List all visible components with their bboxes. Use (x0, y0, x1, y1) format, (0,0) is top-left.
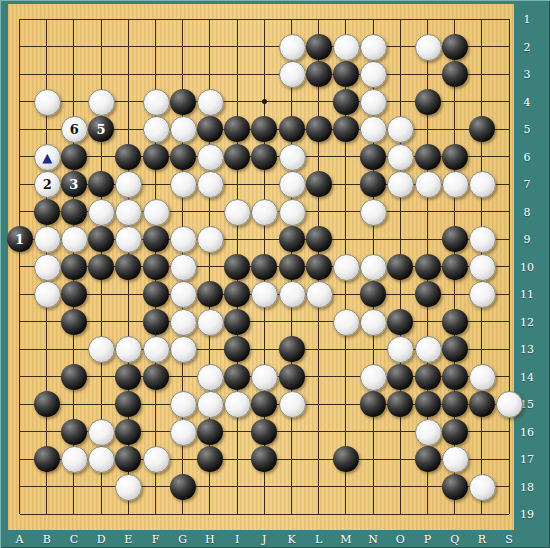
row-label: 11 (520, 289, 534, 300)
white-stone (387, 144, 414, 171)
row-label: 5 (524, 124, 531, 135)
white-stone (224, 391, 251, 418)
white-stone (197, 89, 224, 116)
white-stone (279, 34, 306, 61)
black-stone (442, 254, 468, 280)
white-stone (88, 336, 115, 363)
black-stone (143, 309, 169, 335)
white-stone (306, 281, 333, 308)
black-stone (115, 254, 141, 280)
white-stone (88, 199, 115, 226)
white-stone (61, 226, 88, 253)
black-stone (415, 364, 441, 390)
triangle-marker: ▲ (42, 151, 52, 164)
black-stone (442, 34, 468, 60)
star-point (262, 99, 267, 104)
white-stone (170, 254, 197, 281)
white-stone (170, 281, 197, 308)
black-stone (442, 474, 468, 500)
black-stone (61, 144, 87, 170)
white-stone (197, 144, 224, 171)
black-stone (387, 254, 413, 280)
black-stone (442, 61, 468, 87)
white-stone (442, 171, 469, 198)
black-stone (415, 254, 441, 280)
white-stone (279, 144, 306, 171)
black-stone (360, 281, 386, 307)
white-stone (469, 474, 496, 501)
black-stone (143, 254, 169, 280)
white-stone (170, 116, 197, 143)
column-label: N (368, 534, 378, 545)
white-stone (170, 419, 197, 446)
black-stone (88, 254, 114, 280)
go-board[interactable]: ABCDEFGHIJKLMNOPQRS123456789101112131415… (0, 0, 550, 548)
white-stone (170, 171, 197, 198)
white-stone (360, 61, 387, 88)
column-label: P (424, 534, 431, 545)
black-stone (143, 364, 169, 390)
row-label: 13 (520, 344, 534, 355)
black-stone: 3 (61, 171, 87, 197)
black-stone (224, 116, 250, 142)
black-stone (306, 34, 332, 60)
white-stone: 2 (34, 171, 61, 198)
column-label: I (235, 534, 239, 545)
white-stone (496, 391, 523, 418)
row-label: 6 (524, 151, 531, 162)
column-label: Q (450, 534, 459, 545)
row-label: 14 (520, 371, 534, 382)
white-stone (415, 336, 442, 363)
white-stone (197, 309, 224, 336)
white-stone (34, 226, 61, 253)
column-label: D (97, 534, 106, 545)
white-stone (469, 281, 496, 308)
column-label: J (262, 534, 266, 545)
white-stone (360, 89, 387, 116)
white-stone (442, 446, 469, 473)
white-stone (360, 364, 387, 391)
row-label: 4 (524, 96, 531, 107)
move-number-label: 5 (97, 123, 106, 136)
black-stone (442, 144, 468, 170)
white-stone (279, 61, 306, 88)
row-label: 7 (524, 179, 531, 190)
black-stone (251, 144, 277, 170)
black-stone (333, 61, 359, 87)
column-label: G (178, 534, 187, 545)
white-stone (170, 336, 197, 363)
black-stone (442, 336, 468, 362)
move-number-label: 3 (69, 178, 78, 191)
black-stone (224, 254, 250, 280)
column-label: A (16, 534, 24, 545)
black-stone (442, 226, 468, 252)
row-label: 10 (520, 261, 534, 272)
black-stone (61, 419, 87, 445)
row-label: 17 (520, 454, 534, 465)
grid-horizontal-line (20, 321, 510, 322)
black-stone (306, 254, 332, 280)
white-stone (333, 309, 360, 336)
row-label: 18 (520, 481, 534, 492)
black-stone (279, 254, 305, 280)
black-stone (197, 116, 223, 142)
black-stone: 5 (88, 116, 114, 142)
black-stone (279, 336, 305, 362)
black-stone (61, 309, 87, 335)
black-stone (279, 116, 305, 142)
black-stone (170, 89, 196, 115)
white-stone (88, 446, 115, 473)
white-stone (197, 364, 224, 391)
black-stone (61, 199, 87, 225)
black-stone (143, 226, 169, 252)
white-stone (469, 226, 496, 253)
white-stone (469, 254, 496, 281)
black-stone (442, 364, 468, 390)
black-stone (224, 144, 250, 170)
column-label: O (396, 534, 405, 545)
column-label: S (505, 534, 513, 545)
row-label: 9 (524, 234, 531, 245)
black-stone (224, 364, 250, 390)
white-stone (360, 116, 387, 143)
column-label: B (43, 534, 51, 545)
black-stone (197, 446, 223, 472)
black-stone (415, 391, 441, 417)
column-label: M (340, 534, 351, 545)
black-stone (469, 391, 495, 417)
black-stone (387, 364, 413, 390)
black-stone (360, 144, 386, 170)
black-stone (170, 474, 196, 500)
black-stone (279, 364, 305, 390)
black-stone (88, 226, 114, 252)
column-label: K (287, 534, 295, 545)
black-stone (415, 446, 441, 472)
row-label: 19 (520, 509, 534, 520)
black-stone (143, 281, 169, 307)
move-number-label: 1 (15, 233, 24, 246)
white-stone: 6 (61, 116, 88, 143)
column-label: C (70, 534, 78, 545)
grid-vertical-line (509, 19, 510, 514)
white-stone (224, 199, 251, 226)
white-stone (469, 364, 496, 391)
white-stone (279, 391, 306, 418)
black-stone (442, 309, 468, 335)
black-stone (442, 419, 468, 445)
black-stone (415, 89, 441, 115)
white-stone (279, 281, 306, 308)
black-stone (360, 171, 386, 197)
row-label: 12 (520, 316, 534, 327)
white-stone (88, 419, 115, 446)
black-stone (34, 446, 60, 472)
white-stone (251, 364, 278, 391)
white-stone (115, 474, 142, 501)
white-stone (170, 226, 197, 253)
black-stone (251, 419, 277, 445)
white-stone: ▲ (34, 144, 61, 171)
black-stone (442, 391, 468, 417)
white-stone (197, 226, 224, 253)
white-stone (34, 281, 61, 308)
row-label: 16 (520, 426, 534, 437)
white-stone (360, 254, 387, 281)
row-label: 8 (524, 206, 531, 217)
black-stone (306, 226, 332, 252)
white-stone (279, 199, 306, 226)
black-stone (34, 391, 60, 417)
black-stone (115, 364, 141, 390)
white-stone (143, 116, 170, 143)
white-stone (360, 34, 387, 61)
black-stone (306, 171, 332, 197)
black-stone (115, 144, 141, 170)
black-stone (61, 254, 87, 280)
white-stone (333, 34, 360, 61)
column-label: F (152, 534, 160, 545)
white-stone (143, 446, 170, 473)
white-stone (415, 171, 442, 198)
white-stone (333, 254, 360, 281)
row-label: 2 (524, 41, 531, 52)
black-stone (88, 171, 114, 197)
grid-horizontal-line (20, 514, 510, 515)
white-stone (251, 199, 278, 226)
white-stone (360, 199, 387, 226)
black-stone (224, 281, 250, 307)
black-stone (360, 391, 386, 417)
white-stone (360, 309, 387, 336)
white-stone (279, 171, 306, 198)
white-stone (61, 446, 88, 473)
black-stone (115, 419, 141, 445)
white-stone (415, 419, 442, 446)
black-stone (61, 364, 87, 390)
white-stone (115, 199, 142, 226)
white-stone (170, 309, 197, 336)
column-label: E (124, 534, 132, 545)
black-stone (469, 116, 495, 142)
white-stone (34, 254, 61, 281)
column-label: L (315, 534, 322, 545)
black-stone (415, 281, 441, 307)
grid-horizontal-line (20, 486, 510, 487)
white-stone (34, 89, 61, 116)
black-stone (143, 144, 169, 170)
white-stone (469, 171, 496, 198)
black-stone (61, 281, 87, 307)
black-stone: 1 (7, 226, 33, 252)
black-stone (415, 144, 441, 170)
column-label: R (478, 534, 486, 545)
column-label: H (205, 534, 215, 545)
black-stone (333, 89, 359, 115)
black-stone (197, 419, 223, 445)
black-stone (279, 226, 305, 252)
black-stone (306, 116, 332, 142)
white-stone (415, 34, 442, 61)
white-stone (197, 391, 224, 418)
row-label: 1 (524, 14, 531, 25)
black-stone (387, 309, 413, 335)
black-stone (197, 281, 223, 307)
white-stone (88, 89, 115, 116)
move-number-label: 2 (43, 178, 52, 191)
move-number-label: 6 (70, 123, 79, 136)
white-stone (143, 89, 170, 116)
black-stone (306, 61, 332, 87)
black-stone (333, 446, 359, 472)
black-stone (34, 199, 60, 225)
white-stone (197, 171, 224, 198)
row-label: 3 (524, 69, 531, 80)
black-stone (170, 144, 196, 170)
black-stone (333, 116, 359, 142)
white-stone (170, 391, 197, 418)
black-stone (251, 254, 277, 280)
white-stone (143, 199, 170, 226)
black-stone (224, 336, 250, 362)
black-stone (224, 309, 250, 335)
white-stone (143, 336, 170, 363)
